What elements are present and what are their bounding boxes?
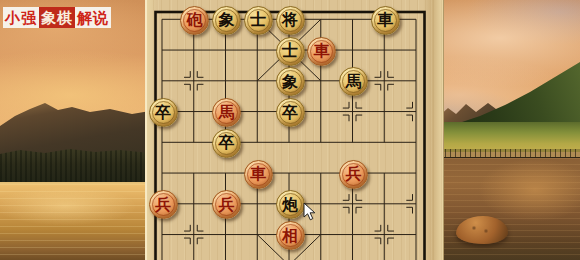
watermark-part-2: 象棋 <box>39 7 75 28</box>
piece-red-horse-r3c2[interactable]: 馬 <box>212 98 241 127</box>
piece-red-elephant-r7c4[interactable]: 相 <box>276 221 305 250</box>
piece-black-chariot-r0c7[interactable]: 車 <box>371 6 400 35</box>
pieces-layer: 砲象士将車士車象馬卒馬卒卒車兵兵兵炮相 <box>145 0 444 260</box>
background-right-fence <box>430 149 580 158</box>
background-left-treeline <box>0 148 150 184</box>
piece-black-pawn-r3c0[interactable]: 卒 <box>149 98 178 127</box>
piece-black-elephant-r2c4[interactable]: 象 <box>276 67 305 96</box>
piece-red-chariot-r1c5[interactable]: 車 <box>307 37 336 66</box>
screenshot-stage: 小强 象棋 解说 砲象士将車士車象馬卒馬卒卒車兵兵兵炮相 <box>0 0 580 260</box>
watermark-part-3: 解说 <box>75 7 111 28</box>
piece-black-advisor-r0c3[interactable]: 士 <box>244 6 273 35</box>
piece-red-chariot-r5c3[interactable]: 車 <box>244 160 273 189</box>
piece-black-advisor-r1c4[interactable]: 士 <box>276 37 305 66</box>
background-left-lake <box>0 182 160 260</box>
background-lake-rock <box>456 216 508 244</box>
piece-black-general-r0c4[interactable]: 将 <box>276 6 305 35</box>
piece-black-pawn-r3c4[interactable]: 卒 <box>276 98 305 127</box>
background-right-meadow <box>430 122 580 152</box>
xiangqi-board[interactable]: 砲象士将車士車象馬卒馬卒卒車兵兵兵炮相 <box>145 0 444 260</box>
watermark-part-1: 小强 <box>3 7 39 28</box>
background-right-lake <box>430 158 580 260</box>
piece-black-cannon-r6c4[interactable]: 炮 <box>276 190 305 219</box>
piece-red-pawn-r6c2[interactable]: 兵 <box>212 190 241 219</box>
piece-black-pawn-r4c2[interactable]: 卒 <box>212 129 241 158</box>
channel-watermark: 小强 象棋 解说 <box>3 7 111 28</box>
piece-red-pawn-r5c6[interactable]: 兵 <box>339 160 368 189</box>
mouse-cursor <box>303 202 317 222</box>
piece-red-cannon-r0c1[interactable]: 砲 <box>180 6 209 35</box>
piece-red-pawn-r6c0[interactable]: 兵 <box>149 190 178 219</box>
piece-black-elephant-r0c2[interactable]: 象 <box>212 6 241 35</box>
piece-black-horse-r2c6[interactable]: 馬 <box>339 67 368 96</box>
